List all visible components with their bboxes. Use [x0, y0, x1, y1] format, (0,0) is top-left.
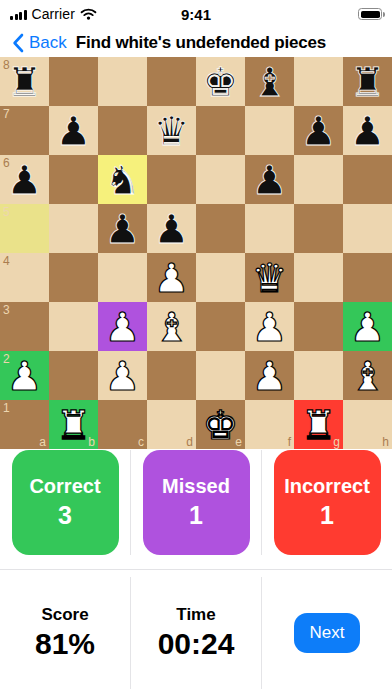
- score-value: 81%: [35, 627, 95, 661]
- time-value: 00:24: [158, 627, 235, 661]
- white-rook: ♜: [49, 400, 98, 449]
- square-g7[interactable]: ♟: [294, 106, 343, 155]
- black-pawn: ♟: [245, 155, 294, 204]
- square-a4[interactable]: 4: [0, 253, 49, 302]
- square-c8[interactable]: [98, 57, 147, 106]
- white-rook: ♜: [294, 400, 343, 449]
- incorrect-card-label: Incorrect: [284, 475, 370, 498]
- square-e8[interactable]: ♚: [196, 57, 245, 106]
- next-button[interactable]: Next: [294, 613, 360, 653]
- square-a1[interactable]: 1a: [0, 400, 49, 449]
- missed-card-label: Missed: [162, 475, 230, 498]
- square-g1[interactable]: g♜: [294, 400, 343, 449]
- square-a8[interactable]: 8♜: [0, 57, 49, 106]
- white-pawn: ♟: [0, 351, 49, 400]
- square-f6[interactable]: ♟: [245, 155, 294, 204]
- white-bishop: ♝: [147, 302, 196, 351]
- square-b7[interactable]: ♟: [49, 106, 98, 155]
- black-pawn: ♟: [98, 204, 147, 253]
- square-a7[interactable]: 7: [0, 106, 49, 155]
- square-c1[interactable]: c: [98, 400, 147, 449]
- square-g4[interactable]: [294, 253, 343, 302]
- square-d7[interactable]: ♛: [147, 106, 196, 155]
- square-e3[interactable]: [196, 302, 245, 351]
- square-e4[interactable]: [196, 253, 245, 302]
- square-c3[interactable]: ♟: [98, 302, 147, 351]
- back-label: Back: [29, 33, 67, 53]
- file-label-f: f: [288, 436, 291, 448]
- square-e2[interactable]: [196, 351, 245, 400]
- correct-card-label: Correct: [29, 475, 100, 498]
- rank-label-7: 7: [3, 108, 10, 120]
- black-king: ♚: [196, 57, 245, 106]
- square-d1[interactable]: d: [147, 400, 196, 449]
- navigation-bar: Back Find white's undefended pieces: [0, 28, 392, 57]
- incorrect-card-count: 1: [320, 501, 334, 530]
- square-b5[interactable]: [49, 204, 98, 253]
- black-pawn: ♟: [343, 106, 392, 155]
- square-h6[interactable]: [343, 155, 392, 204]
- time-label: Time: [176, 605, 215, 625]
- white-pawn: ♟: [245, 302, 294, 351]
- battery-icon: [358, 8, 382, 20]
- black-rook: ♜: [0, 57, 49, 106]
- square-c7[interactable]: [98, 106, 147, 155]
- square-b6[interactable]: [49, 155, 98, 204]
- square-c6[interactable]: ♞: [98, 155, 147, 204]
- square-g3[interactable]: [294, 302, 343, 351]
- file-label-d: d: [186, 436, 193, 448]
- square-b4[interactable]: [49, 253, 98, 302]
- correct-card-count: 3: [58, 501, 72, 530]
- square-g6[interactable]: [294, 155, 343, 204]
- cellular-signal-icon: [10, 9, 27, 20]
- square-d5[interactable]: ♟: [147, 204, 196, 253]
- square-d8[interactable]: [147, 57, 196, 106]
- file-label-c: c: [138, 436, 144, 448]
- square-b3[interactable]: [49, 302, 98, 351]
- square-g2[interactable]: [294, 351, 343, 400]
- square-e1[interactable]: e♚: [196, 400, 245, 449]
- app-screen: Carrier 9:41 Back Find white's undef: [0, 0, 392, 696]
- square-d3[interactable]: ♝: [147, 302, 196, 351]
- white-queen: ♛: [245, 253, 294, 302]
- file-label-h: h: [382, 436, 389, 448]
- file-label-a: a: [39, 436, 46, 448]
- white-king: ♚: [196, 400, 245, 449]
- white-pawn: ♟: [98, 302, 147, 351]
- square-f3[interactable]: ♟: [245, 302, 294, 351]
- square-h4[interactable]: [343, 253, 392, 302]
- score-label: Score: [41, 605, 88, 625]
- square-f1[interactable]: f: [245, 400, 294, 449]
- square-h2[interactable]: ♝: [343, 351, 392, 400]
- square-g5[interactable]: [294, 204, 343, 253]
- square-d6[interactable]: [147, 155, 196, 204]
- square-h8[interactable]: ♜: [343, 57, 392, 106]
- square-f5[interactable]: [245, 204, 294, 253]
- missed-card: Missed 1: [143, 450, 250, 555]
- chevron-left-icon: [12, 33, 24, 53]
- rank-label-5: 5: [3, 206, 10, 218]
- white-pawn: ♟: [245, 351, 294, 400]
- black-rook: ♜: [343, 57, 392, 106]
- black-pawn: ♟: [147, 204, 196, 253]
- square-a2[interactable]: 2♟: [0, 351, 49, 400]
- square-f2[interactable]: ♟: [245, 351, 294, 400]
- square-c4[interactable]: [98, 253, 147, 302]
- rank-label-1: 1: [3, 402, 10, 414]
- page-title: Find white's undefended pieces: [76, 33, 326, 53]
- square-h5[interactable]: [343, 204, 392, 253]
- square-d2[interactable]: [147, 351, 196, 400]
- back-button[interactable]: Back: [12, 33, 67, 53]
- black-queen: ♛: [147, 106, 196, 155]
- white-pawn: ♟: [147, 253, 196, 302]
- white-pawn: ♟: [98, 351, 147, 400]
- square-a3[interactable]: 3: [0, 302, 49, 351]
- square-f8[interactable]: ♝: [245, 57, 294, 106]
- square-b2[interactable]: [49, 351, 98, 400]
- white-bishop: ♝: [343, 351, 392, 400]
- square-h7[interactable]: ♟: [343, 106, 392, 155]
- square-h3[interactable]: ♟: [343, 302, 392, 351]
- square-a5[interactable]: 5: [0, 204, 49, 253]
- square-e5[interactable]: [196, 204, 245, 253]
- square-e7[interactable]: [196, 106, 245, 155]
- rank-label-3: 3: [3, 304, 10, 316]
- status-bar: Carrier 9:41: [0, 0, 392, 28]
- square-b1[interactable]: b♜: [49, 400, 98, 449]
- square-g8[interactable]: [294, 57, 343, 106]
- carrier-label: Carrier: [32, 6, 75, 22]
- rank-label-4: 4: [3, 255, 10, 267]
- square-b8[interactable]: [49, 57, 98, 106]
- square-e6[interactable]: [196, 155, 245, 204]
- square-f4[interactable]: ♛: [245, 253, 294, 302]
- square-d4[interactable]: ♟: [147, 253, 196, 302]
- white-pawn: ♟: [343, 302, 392, 351]
- wifi-icon: [80, 8, 97, 20]
- black-pawn: ♟: [49, 106, 98, 155]
- square-f7[interactable]: [245, 106, 294, 155]
- square-c5[interactable]: ♟: [98, 204, 147, 253]
- square-h1[interactable]: h: [343, 400, 392, 449]
- footer-bar: Score 81% Time 00:24 Next: [0, 570, 392, 696]
- square-a6[interactable]: 6♟: [0, 155, 49, 204]
- missed-card-count: 1: [189, 501, 203, 530]
- incorrect-card: Incorrect 1: [274, 450, 381, 555]
- black-pawn: ♟: [294, 106, 343, 155]
- black-pawn: ♟: [0, 155, 49, 204]
- correct-card: Correct 3: [12, 450, 119, 555]
- square-c2[interactable]: ♟: [98, 351, 147, 400]
- results-row: Correct 3 Missed 1 Incorrect 1: [0, 449, 392, 570]
- black-bishop: ♝: [245, 57, 294, 106]
- chess-board: 8♜♚♝♜7♟♛♟♟6♟♞♟5♟♟4♟♛3♟♝♟♟2♟♟♟♝1ab♜cde♚fg…: [0, 57, 392, 449]
- black-knight: ♞: [98, 155, 147, 204]
